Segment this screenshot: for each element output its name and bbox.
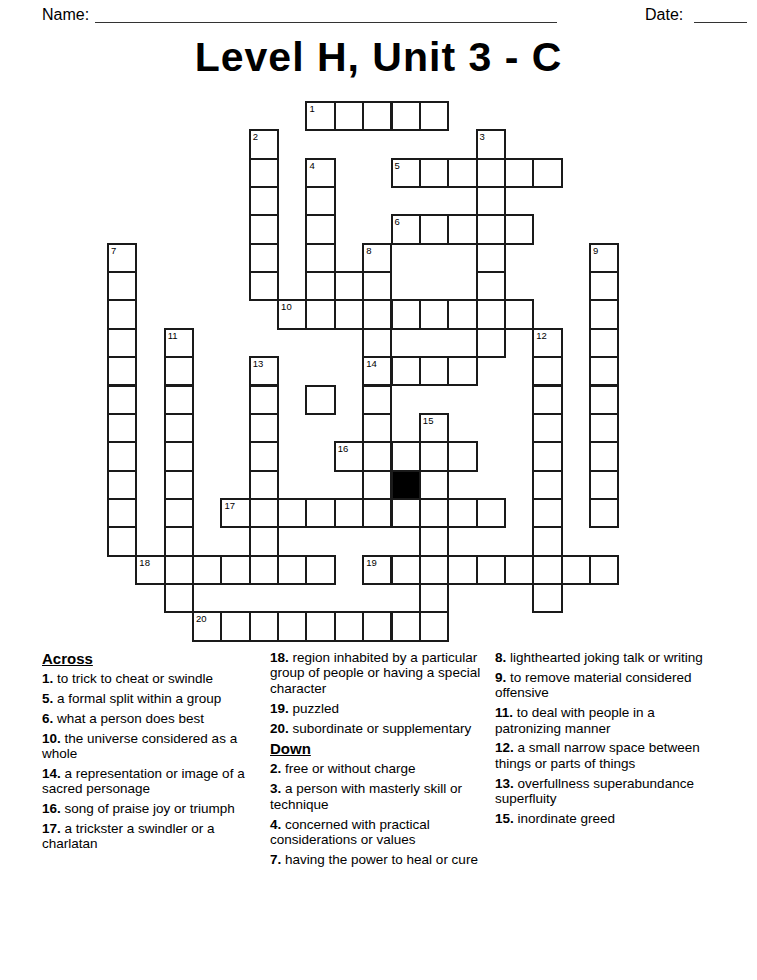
grid-cell[interactable]: 4 bbox=[305, 158, 335, 188]
grid-cell[interactable] bbox=[476, 271, 506, 301]
clue-number-11: 11 bbox=[168, 330, 178, 341]
clue-number-18: 18 bbox=[139, 557, 150, 568]
grid-cell[interactable] bbox=[249, 611, 279, 641]
clue-item-text: a small narrow space between things or p… bbox=[495, 740, 700, 770]
grid-cell[interactable] bbox=[107, 470, 137, 500]
grid-cell[interactable] bbox=[305, 243, 335, 273]
grid-cell[interactable]: 13 bbox=[249, 356, 279, 386]
grid-cell[interactable] bbox=[249, 470, 279, 500]
clue-item-text: having the power to heal or cure bbox=[285, 852, 478, 867]
clue-number-16: 16 bbox=[338, 443, 349, 454]
clue-number-2: 2 bbox=[253, 131, 258, 142]
clue-item-number: 11. bbox=[495, 705, 517, 720]
grid-cell[interactable] bbox=[447, 214, 477, 244]
grid-cell[interactable] bbox=[419, 555, 449, 585]
grid-cell[interactable] bbox=[589, 299, 619, 329]
grid-cell[interactable] bbox=[476, 158, 506, 188]
page-title: Level H, Unit 3 - C bbox=[0, 34, 757, 81]
grid-cell[interactable]: 11 bbox=[164, 328, 194, 358]
grid-cell[interactable] bbox=[305, 555, 335, 585]
clue-item-text: the universe considered as a whole bbox=[42, 731, 237, 761]
grid-cell[interactable] bbox=[532, 555, 562, 585]
grid-cell[interactable] bbox=[107, 498, 137, 528]
clue-item-text: overfullness superabundance superfluity bbox=[495, 776, 694, 806]
clue-number-9: 9 bbox=[593, 245, 598, 256]
grid-cell[interactable] bbox=[391, 498, 421, 528]
grid-cell[interactable] bbox=[589, 555, 619, 585]
grid-cell[interactable] bbox=[362, 101, 392, 131]
grid-cell[interactable] bbox=[249, 186, 279, 216]
clue-item-number: 6. bbox=[42, 711, 57, 726]
clue-item-number: 18. bbox=[270, 650, 293, 665]
grid-cell[interactable] bbox=[334, 101, 364, 131]
clue-item-number: 17. bbox=[42, 821, 65, 836]
grid-cell[interactable] bbox=[362, 470, 392, 500]
clue-item-text: a person with masterly skill or techniqu… bbox=[270, 781, 462, 811]
grid-cell[interactable] bbox=[419, 299, 449, 329]
grid-cell[interactable] bbox=[249, 271, 279, 301]
grid-cell[interactable] bbox=[532, 158, 562, 188]
clue-item-8: 8. lighthearted joking talk or writing bbox=[495, 650, 723, 665]
grid-cell[interactable] bbox=[362, 271, 392, 301]
grid-cell[interactable] bbox=[362, 413, 392, 443]
grid-cell[interactable] bbox=[476, 555, 506, 585]
grid-cell[interactable] bbox=[305, 299, 335, 329]
clue-item-11: 11. to deal with people in a patronizing… bbox=[495, 705, 723, 736]
clue-item-13: 13. overfullness superabundance superflu… bbox=[495, 776, 723, 807]
clue-number-6: 6 bbox=[395, 216, 400, 227]
clue-item-6: 6. what a person does best bbox=[42, 711, 270, 726]
clue-item-number: 4. bbox=[270, 817, 285, 832]
grid-cell[interactable] bbox=[305, 498, 335, 528]
grid-cell[interactable] bbox=[589, 385, 619, 415]
clue-number-20: 20 bbox=[196, 613, 207, 624]
date-blank-line[interactable] bbox=[694, 6, 747, 23]
grid-cell[interactable] bbox=[532, 413, 562, 443]
clue-item-text: free or without charge bbox=[285, 761, 416, 776]
grid-cell[interactable] bbox=[504, 299, 534, 329]
grid-cell[interactable] bbox=[220, 611, 250, 641]
grid-cell[interactable] bbox=[334, 611, 364, 641]
clue-item-9: 9. to remove material considered offensi… bbox=[495, 670, 723, 701]
grid-cell[interactable] bbox=[589, 413, 619, 443]
grid-cell[interactable]: 5 bbox=[391, 158, 421, 188]
grid-cell[interactable] bbox=[107, 413, 137, 443]
clue-item-number: 13. bbox=[495, 776, 518, 791]
clue-item-3: 3. a person with masterly skill or techn… bbox=[270, 781, 498, 812]
clue-item-4: 4. concerned with practical consideratio… bbox=[270, 817, 498, 848]
grid-cell[interactable] bbox=[334, 271, 364, 301]
grid-cell[interactable] bbox=[476, 214, 506, 244]
grid-cell[interactable] bbox=[419, 158, 449, 188]
grid-cell[interactable]: 8 bbox=[362, 243, 392, 273]
grid-cell[interactable] bbox=[107, 328, 137, 358]
grid-cell[interactable] bbox=[334, 299, 364, 329]
grid-cell[interactable]: 14 bbox=[362, 356, 392, 386]
grid-cell[interactable]: 19 bbox=[362, 555, 392, 585]
grid-cell[interactable] bbox=[589, 356, 619, 386]
grid-cell[interactable] bbox=[249, 243, 279, 273]
grid-cell[interactable] bbox=[164, 498, 194, 528]
grid-cell[interactable] bbox=[419, 441, 449, 471]
grid-cell[interactable] bbox=[391, 356, 421, 386]
grid-cell[interactable] bbox=[419, 101, 449, 131]
grid-cell[interactable] bbox=[249, 498, 279, 528]
grid-cell[interactable] bbox=[107, 356, 137, 386]
grid-cell[interactable]: 20 bbox=[192, 611, 222, 641]
clue-number-12: 12 bbox=[536, 330, 547, 341]
clue-item-number: 14. bbox=[42, 766, 65, 781]
clue-item-number: 1. bbox=[42, 671, 57, 686]
grid-cell[interactable] bbox=[192, 555, 222, 585]
grid-cell[interactable]: 10 bbox=[277, 299, 307, 329]
clue-item-number: 19. bbox=[270, 701, 293, 716]
grid-cell[interactable] bbox=[532, 526, 562, 556]
clue-item-text: inordinate greed bbox=[518, 811, 616, 826]
clue-item-text: a trickster a swindler or a charlatan bbox=[42, 821, 215, 851]
grid-cell[interactable]: 1 bbox=[305, 101, 335, 131]
clue-item-number: 15. bbox=[495, 811, 518, 826]
grid-cell[interactable] bbox=[107, 441, 137, 471]
clue-item-text: lighthearted joking talk or writing bbox=[510, 650, 703, 665]
grid-cell[interactable] bbox=[419, 526, 449, 556]
clue-item-10: 10. the universe considered as a whole bbox=[42, 731, 270, 762]
grid-cell[interactable]: 15 bbox=[419, 413, 449, 443]
clue-item-text: subordinate or supplementary bbox=[293, 721, 472, 736]
grid-cell[interactable] bbox=[391, 299, 421, 329]
grid-cell[interactable]: 18 bbox=[135, 555, 165, 585]
grid-cell[interactable] bbox=[532, 385, 562, 415]
grid-cell[interactable] bbox=[249, 214, 279, 244]
grid-cell[interactable] bbox=[305, 611, 335, 641]
clue-column-left: Across1. to trick to cheat or swindle5. … bbox=[42, 650, 270, 856]
clue-item-number: 8. bbox=[495, 650, 510, 665]
clue-item-text: to deal with people in a patronizing man… bbox=[495, 705, 655, 735]
clue-number-1: 1 bbox=[309, 103, 314, 114]
grid-cell[interactable] bbox=[419, 214, 449, 244]
grid-cell[interactable] bbox=[447, 555, 477, 585]
clue-item-number: 10. bbox=[42, 731, 65, 746]
grid-cell[interactable] bbox=[532, 441, 562, 471]
grid-cell[interactable] bbox=[419, 498, 449, 528]
grid-cell[interactable] bbox=[447, 299, 477, 329]
grid-cell[interactable] bbox=[362, 611, 392, 641]
clue-item-17: 17. a trickster a swindler or a charlata… bbox=[42, 821, 270, 852]
clue-number-4: 4 bbox=[309, 160, 314, 171]
clue-item-15: 15. inordinate greed bbox=[495, 811, 723, 826]
clue-item-18: 18. region inhabited by a particular gro… bbox=[270, 650, 498, 696]
name-label: Name: bbox=[42, 6, 89, 24]
grid-cell[interactable] bbox=[362, 299, 392, 329]
name-blank-line[interactable] bbox=[95, 6, 557, 23]
grid-cell[interactable] bbox=[476, 328, 506, 358]
clue-item-5: 5. a formal split within a group bbox=[42, 691, 270, 706]
grid-cell[interactable] bbox=[305, 271, 335, 301]
grid-cell[interactable] bbox=[249, 385, 279, 415]
clue-column-right: 8. lighthearted joking talk or writing9.… bbox=[495, 650, 723, 831]
clue-item-19: 19. puzzled bbox=[270, 701, 498, 716]
grid-cell[interactable] bbox=[362, 441, 392, 471]
grid-cell[interactable] bbox=[504, 555, 534, 585]
grid-cell[interactable] bbox=[249, 441, 279, 471]
down-header: Down bbox=[270, 740, 498, 757]
clue-item-number: 5. bbox=[42, 691, 57, 706]
clue-item-16: 16. song of praise joy or triumph bbox=[42, 801, 270, 816]
clue-item-number: 2. bbox=[270, 761, 285, 776]
clue-item-number: 3. bbox=[270, 781, 285, 796]
clue-item-number: 7. bbox=[270, 852, 285, 867]
grid-cell[interactable] bbox=[391, 611, 421, 641]
grid-cell[interactable] bbox=[277, 555, 307, 585]
grid-cell[interactable] bbox=[164, 441, 194, 471]
clue-item-12: 12. a small narrow space between things … bbox=[495, 740, 723, 771]
clue-item-text: song of praise joy or triumph bbox=[65, 801, 235, 816]
grid-cell[interactable]: 9 bbox=[589, 243, 619, 273]
clue-number-19: 19 bbox=[366, 557, 377, 568]
clue-number-3: 3 bbox=[480, 131, 485, 142]
grid-cell[interactable] bbox=[419, 583, 449, 613]
grid-cell[interactable] bbox=[249, 158, 279, 188]
grid-cell[interactable] bbox=[476, 186, 506, 216]
grid-cell[interactable] bbox=[447, 158, 477, 188]
grid-cell[interactable] bbox=[476, 299, 506, 329]
clue-number-15: 15 bbox=[423, 415, 434, 426]
grid-cell[interactable] bbox=[107, 271, 137, 301]
grid-cell[interactable] bbox=[391, 555, 421, 585]
clue-number-14: 14 bbox=[366, 358, 377, 369]
grid-cell[interactable] bbox=[164, 413, 194, 443]
grid-cell[interactable] bbox=[362, 385, 392, 415]
clue-item-number: 12. bbox=[495, 740, 518, 755]
clue-number-13: 13 bbox=[253, 358, 264, 369]
grid-cell[interactable] bbox=[589, 328, 619, 358]
clue-item-number: 9. bbox=[495, 670, 510, 685]
grid-cell[interactable] bbox=[532, 498, 562, 528]
grid-cell[interactable]: 6 bbox=[391, 214, 421, 244]
grid-cell[interactable] bbox=[164, 526, 194, 556]
grid-cell[interactable] bbox=[305, 214, 335, 244]
clue-number-10: 10 bbox=[281, 301, 292, 312]
clue-number-8: 8 bbox=[366, 245, 371, 256]
grid-cell[interactable] bbox=[447, 441, 477, 471]
grid-cell[interactable]: 2 bbox=[249, 129, 279, 159]
grid-cell[interactable] bbox=[504, 214, 534, 244]
grid-cell[interactable]: 7 bbox=[107, 243, 137, 273]
grid-cell[interactable] bbox=[391, 101, 421, 131]
clue-column-middle: 18. region inhabited by a particular gro… bbox=[270, 650, 498, 872]
date-label: Date: bbox=[645, 6, 683, 24]
clue-item-1: 1. to trick to cheat or swindle bbox=[42, 671, 270, 686]
clue-item-number: 20. bbox=[270, 721, 293, 736]
grid-cell[interactable] bbox=[220, 555, 250, 585]
grid-cell[interactable] bbox=[164, 470, 194, 500]
grid-cell[interactable] bbox=[164, 385, 194, 415]
clue-item-text: to remove material considered offensive bbox=[495, 670, 692, 700]
clue-item-text: a representation or image of a sacred pe… bbox=[42, 766, 245, 796]
clue-number-17: 17 bbox=[224, 500, 235, 511]
clue-number-5: 5 bbox=[395, 160, 400, 171]
grid-cell[interactable] bbox=[277, 498, 307, 528]
grid-cell[interactable] bbox=[164, 555, 194, 585]
grid-cell[interactable] bbox=[476, 243, 506, 273]
grid-cell[interactable] bbox=[334, 498, 364, 528]
grid-cell[interactable] bbox=[476, 498, 506, 528]
grid-cell[interactable] bbox=[249, 555, 279, 585]
grid-cell[interactable] bbox=[561, 555, 591, 585]
grid-cell[interactable] bbox=[305, 385, 335, 415]
black-cell bbox=[391, 470, 421, 500]
grid-cell[interactable] bbox=[391, 441, 421, 471]
clue-number-7: 7 bbox=[111, 245, 116, 256]
grid-cell[interactable] bbox=[589, 441, 619, 471]
grid-cell[interactable]: 16 bbox=[334, 441, 364, 471]
grid-cell[interactable] bbox=[362, 328, 392, 358]
clue-item-text: concerned with practical considerations … bbox=[270, 817, 430, 847]
grid-cell[interactable] bbox=[532, 356, 562, 386]
grid-cell[interactable] bbox=[589, 498, 619, 528]
grid-cell[interactable] bbox=[107, 526, 137, 556]
grid-cell[interactable] bbox=[532, 583, 562, 613]
grid-cell[interactable] bbox=[107, 299, 137, 329]
clue-item-text: what a person does best bbox=[57, 711, 204, 726]
grid-cell[interactable] bbox=[249, 526, 279, 556]
grid-cell[interactable] bbox=[589, 470, 619, 500]
clue-item-text: region inhabited by a particular group o… bbox=[270, 650, 480, 696]
grid-cell[interactable] bbox=[277, 611, 307, 641]
grid-cell[interactable] bbox=[164, 583, 194, 613]
grid-cell[interactable] bbox=[447, 498, 477, 528]
clue-item-14: 14. a representation or image of a sacre… bbox=[42, 766, 270, 797]
crossword-worksheet: Name: Date: Level H, Unit 3 - C 12345678… bbox=[0, 0, 757, 980]
clue-item-text: puzzled bbox=[293, 701, 340, 716]
grid-cell[interactable] bbox=[532, 470, 562, 500]
grid-cell[interactable] bbox=[504, 158, 534, 188]
grid-cell[interactable] bbox=[249, 413, 279, 443]
grid-cell[interactable]: 12 bbox=[532, 328, 562, 358]
grid-cell[interactable] bbox=[362, 498, 392, 528]
clue-item-text: to trick to cheat or swindle bbox=[57, 671, 213, 686]
across-header: Across bbox=[42, 650, 270, 667]
grid-cell[interactable] bbox=[164, 356, 194, 386]
clue-item-2: 2. free or without charge bbox=[270, 761, 498, 776]
grid-cell[interactable] bbox=[419, 470, 449, 500]
clue-item-number: 16. bbox=[42, 801, 65, 816]
grid-cell[interactable]: 3 bbox=[476, 129, 506, 159]
grid-cell[interactable]: 17 bbox=[220, 498, 250, 528]
grid-cell[interactable] bbox=[447, 356, 477, 386]
grid-cell[interactable] bbox=[419, 611, 449, 641]
clue-item-20: 20. subordinate or supplementary bbox=[270, 721, 498, 736]
grid-cell[interactable] bbox=[589, 271, 619, 301]
grid-cell[interactable] bbox=[107, 385, 137, 415]
clue-item-7: 7. having the power to heal or cure bbox=[270, 852, 498, 867]
grid-cell[interactable] bbox=[305, 186, 335, 216]
grid-cell[interactable] bbox=[419, 356, 449, 386]
clue-item-text: a formal split within a group bbox=[57, 691, 221, 706]
